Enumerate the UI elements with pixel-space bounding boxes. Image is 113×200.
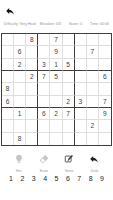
cell-r3c1[interactable] xyxy=(2,59,14,71)
cell-r9c2[interactable]: 8 xyxy=(14,133,26,145)
cell-r9c6[interactable] xyxy=(63,133,75,145)
undo-label: Undo xyxy=(91,169,99,173)
cell-r3c8[interactable] xyxy=(87,59,99,71)
cell-r4c2[interactable] xyxy=(14,71,26,83)
numpad-digit-4[interactable]: 4 xyxy=(41,175,49,182)
numpad-digit-7[interactable]: 7 xyxy=(75,175,83,182)
cell-r7c5[interactable]: 2 xyxy=(50,108,62,120)
cell-r6c3[interactable] xyxy=(26,96,38,108)
cell-r7c6[interactable]: 7 xyxy=(63,108,75,120)
hint-label: Hint xyxy=(16,169,22,173)
cell-r3c2[interactable]: 2 xyxy=(14,59,26,71)
eraser-icon xyxy=(39,150,49,168)
cell-r1c5[interactable]: 7 xyxy=(50,34,62,46)
cell-r7c4[interactable]: 6 xyxy=(38,108,50,120)
cell-r1c1[interactable] xyxy=(2,34,14,46)
cell-r1c9[interactable] xyxy=(99,34,111,46)
cell-r6c8[interactable] xyxy=(87,96,99,108)
difficulty-label: Difficulty: Very Hard xyxy=(4,22,36,26)
undo-arrow-icon xyxy=(89,150,99,168)
numpad-digit-5[interactable]: 5 xyxy=(53,175,61,182)
cell-r9c7[interactable] xyxy=(75,133,87,145)
numpad-digit-3[interactable]: 3 xyxy=(30,175,38,182)
cell-r4c8[interactable] xyxy=(87,71,99,83)
number-pad: 123456789 xyxy=(0,175,113,182)
cell-r4c3[interactable]: 2 xyxy=(26,71,38,83)
cell-r8c6[interactable] xyxy=(63,120,75,132)
cell-r6c7[interactable]: 3 xyxy=(75,96,87,108)
cell-r5c3[interactable] xyxy=(26,83,38,95)
cell-r6c9[interactable]: 7 xyxy=(99,96,111,108)
cell-r7c1[interactable] xyxy=(2,108,14,120)
erase-label: Erase xyxy=(40,169,48,173)
cell-r2c2[interactable]: 6 xyxy=(14,46,26,58)
cell-r4c5[interactable]: 5 xyxy=(50,71,62,83)
cell-r3c9[interactable] xyxy=(99,59,111,71)
cell-r4c7[interactable] xyxy=(75,71,87,83)
cell-r2c8[interactable]: 7 xyxy=(87,46,99,58)
cell-r8c8[interactable]: 2 xyxy=(87,120,99,132)
cell-r3c4[interactable]: 3 xyxy=(38,59,50,71)
sudoku-board: 8769723152756862371627928 xyxy=(1,33,112,146)
cell-r8c7[interactable] xyxy=(75,120,87,132)
cell-r2c9[interactable] xyxy=(99,46,111,58)
numpad-digit-6[interactable]: 6 xyxy=(64,175,72,182)
cell-r1c6[interactable] xyxy=(63,34,75,46)
cell-r1c8[interactable] xyxy=(87,34,99,46)
cell-r2c1[interactable] xyxy=(2,46,14,58)
cell-r5c2[interactable] xyxy=(14,83,26,95)
cell-r9c4[interactable] xyxy=(38,133,50,145)
notes-button[interactable]: Notes xyxy=(64,150,74,173)
cell-r6c5[interactable] xyxy=(50,96,62,108)
mistakes-label: Mistakes: 0/3 xyxy=(40,22,61,26)
notes-label: Notes xyxy=(65,169,73,173)
cell-r8c1[interactable] xyxy=(2,120,14,132)
cell-r8c2[interactable] xyxy=(14,120,26,132)
cell-r7c2[interactable]: 1 xyxy=(14,108,26,120)
cell-r2c3[interactable] xyxy=(26,46,38,58)
cell-r5c4[interactable] xyxy=(38,83,50,95)
hint-button[interactable]: Hint xyxy=(14,150,24,173)
cell-r5c1[interactable]: 8 xyxy=(2,83,14,95)
cell-r5c8[interactable] xyxy=(87,83,99,95)
time-label: Time: 00:06 xyxy=(90,22,109,26)
numpad-digit-1[interactable]: 1 xyxy=(7,175,15,182)
cell-r9c9[interactable] xyxy=(99,133,111,145)
cell-r8c9[interactable] xyxy=(99,120,111,132)
cell-r1c3[interactable]: 8 xyxy=(26,34,38,46)
cell-r7c7[interactable] xyxy=(75,108,87,120)
toolbar: Hint Erase Notes Undo xyxy=(0,150,113,169)
back-button[interactable] xyxy=(4,2,16,12)
cell-r6c1[interactable]: 6 xyxy=(2,96,14,108)
cell-r2c4[interactable] xyxy=(38,46,50,58)
cell-r4c9[interactable]: 6 xyxy=(99,71,111,83)
score-label: Score: 0 xyxy=(69,22,82,26)
cell-r9c8[interactable] xyxy=(87,133,99,145)
cell-r7c3[interactable] xyxy=(26,108,38,120)
cell-r6c4[interactable] xyxy=(38,96,50,108)
status-bar: Difficulty: Very Hard Mistakes: 0/3 Scor… xyxy=(0,22,113,26)
cell-r8c5[interactable] xyxy=(50,120,62,132)
cell-r4c4[interactable]: 7 xyxy=(38,71,50,83)
cell-r3c6[interactable]: 5 xyxy=(63,59,75,71)
cell-r6c6[interactable]: 2 xyxy=(63,96,75,108)
cell-r4c6[interactable] xyxy=(63,71,75,83)
cell-r3c7[interactable] xyxy=(75,59,87,71)
cell-r1c2[interactable] xyxy=(14,34,26,46)
cell-r5c9[interactable] xyxy=(99,83,111,95)
cell-r5c6[interactable] xyxy=(63,83,75,95)
back-arrow-icon xyxy=(4,2,16,19)
cell-r3c3[interactable] xyxy=(26,59,38,71)
cell-r2c7[interactable] xyxy=(75,46,87,58)
erase-button[interactable]: Erase xyxy=(39,150,49,173)
cell-r1c4[interactable] xyxy=(38,34,50,46)
cell-r5c7[interactable] xyxy=(75,83,87,95)
cell-r1c7[interactable] xyxy=(75,34,87,46)
lightbulb-icon xyxy=(14,150,24,168)
cell-r9c3[interactable] xyxy=(26,133,38,145)
cell-r2c5[interactable]: 9 xyxy=(50,46,62,58)
cell-r7c8[interactable] xyxy=(87,108,99,120)
numpad-digit-2[interactable]: 2 xyxy=(18,175,26,182)
cell-r6c2[interactable] xyxy=(14,96,26,108)
cell-r8c4[interactable] xyxy=(38,120,50,132)
cell-r9c5[interactable] xyxy=(50,133,62,145)
cell-r5c5[interactable] xyxy=(50,83,62,95)
cell-r4c1[interactable] xyxy=(2,71,14,83)
cell-r2c6[interactable] xyxy=(63,46,75,58)
cell-r9c1[interactable] xyxy=(2,133,14,145)
cell-r8c3[interactable] xyxy=(26,120,38,132)
undo-button[interactable]: Undo xyxy=(89,150,99,173)
cell-r3c5[interactable]: 1 xyxy=(50,59,62,71)
cell-r7c9[interactable]: 9 xyxy=(99,108,111,120)
pencil-note-icon xyxy=(64,150,74,168)
numpad-digit-8[interactable]: 8 xyxy=(87,175,95,182)
numpad-digit-9[interactable]: 9 xyxy=(98,175,106,182)
